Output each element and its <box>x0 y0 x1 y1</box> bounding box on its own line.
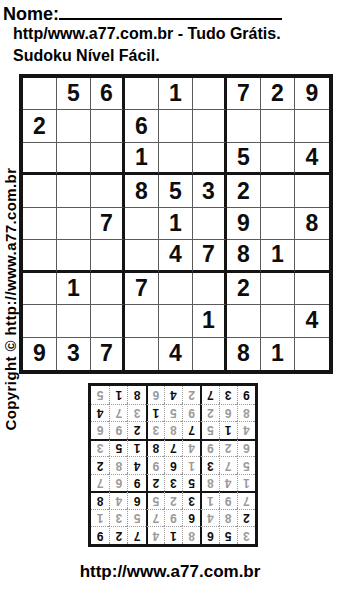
sudoku-given-cell: 1 <box>261 338 295 370</box>
sudoku-empty-cell[interactable] <box>261 143 295 175</box>
sudoku-given-cell: 9 <box>295 78 329 110</box>
sudoku-given-cell: 5 <box>227 143 261 175</box>
sudoku-empty-cell[interactable] <box>227 305 261 337</box>
solution-cell: 2 <box>127 421 145 439</box>
sudoku-given-cell: 1 <box>57 273 91 305</box>
sudoku-empty-cell[interactable] <box>159 143 193 175</box>
sudoku-empty-cell[interactable] <box>295 338 329 370</box>
sudoku-given-cell: 9 <box>227 208 261 240</box>
sudoku-given-cell: 8 <box>227 338 261 370</box>
solution-cell: 2 <box>146 474 164 492</box>
solution-cell: 6 <box>164 456 182 474</box>
name-row: Nome: <box>3 2 282 25</box>
sudoku-empty-cell[interactable] <box>23 143 57 175</box>
solution-cell: 2 <box>182 386 200 404</box>
solution-cell: 6 <box>219 404 237 422</box>
solution-cell: 8 <box>200 474 218 492</box>
solution-cell: 6 <box>200 526 218 544</box>
sudoku-empty-cell[interactable] <box>125 305 159 337</box>
solution-cell: 9 <box>200 439 218 457</box>
solution-cell: 6 <box>182 509 200 527</box>
solution-cell: 5 <box>164 404 182 422</box>
solution-cell: 1 <box>127 439 145 457</box>
solution-grid: 3568147292846975317913256481485329675731… <box>88 383 258 547</box>
sudoku-empty-cell[interactable] <box>57 240 91 272</box>
solution-cell: 5 <box>200 421 218 439</box>
sudoku-empty-cell[interactable] <box>23 273 57 305</box>
solution-cell: 9 <box>146 456 164 474</box>
name-blank-line[interactable] <box>59 2 282 20</box>
solution-cell: 8 <box>237 404 255 422</box>
solution-cell: 2 <box>164 491 182 509</box>
solution-cell: 1 <box>219 421 237 439</box>
sudoku-empty-cell[interactable] <box>193 143 227 175</box>
sudoku-empty-cell[interactable] <box>193 338 227 370</box>
sudoku-empty-cell[interactable] <box>125 338 159 370</box>
sudoku-given-cell: 6 <box>91 78 125 110</box>
sudoku-empty-cell[interactable] <box>57 208 91 240</box>
solution-cell: 8 <box>146 439 164 457</box>
solution-cell: 7 <box>127 526 145 544</box>
sudoku-empty-cell[interactable] <box>91 273 125 305</box>
sudoku-given-cell: 7 <box>125 273 159 305</box>
solution-cell: 9 <box>109 421 127 439</box>
sudoku-given-cell: 1 <box>159 208 193 240</box>
sudoku-empty-cell[interactable] <box>193 110 227 142</box>
sudoku-empty-cell[interactable] <box>261 175 295 207</box>
footer-url: http://www.a77.com.br <box>0 562 340 582</box>
sudoku-given-cell: 2 <box>227 175 261 207</box>
solution-cell: 4 <box>182 439 200 457</box>
solution-cell: 3 <box>146 421 164 439</box>
solution-cell: 5 <box>127 509 145 527</box>
solution-cell: 5 <box>237 456 255 474</box>
sudoku-empty-cell[interactable] <box>125 78 159 110</box>
solution-cell: 5 <box>146 491 164 509</box>
sudoku-given-cell: 8 <box>295 208 329 240</box>
sudoku-given-cell: 7 <box>91 208 125 240</box>
sudoku-given-cell: 1 <box>261 240 295 272</box>
sudoku-empty-cell[interactable] <box>57 143 91 175</box>
solution-cell: 9 <box>164 509 182 527</box>
sudoku-given-cell: 6 <box>125 110 159 142</box>
solution-cell: 9 <box>127 474 145 492</box>
sudoku-empty-cell[interactable] <box>193 273 227 305</box>
sudoku-given-cell: 4 <box>295 305 329 337</box>
sudoku-given-cell: 9 <box>23 338 57 370</box>
sudoku-given-cell: 8 <box>125 175 159 207</box>
solution-cell: 3 <box>127 404 145 422</box>
solution-cell: 1 <box>164 526 182 544</box>
solution-cell: 7 <box>237 491 255 509</box>
sudoku-given-cell: 5 <box>57 78 91 110</box>
site-header: http/www.a77.com.br - Tudo Grátis. <box>13 25 281 43</box>
sudoku-empty-cell[interactable] <box>193 208 227 240</box>
sudoku-empty-cell[interactable] <box>91 110 125 142</box>
sudoku-empty-cell[interactable] <box>91 240 125 272</box>
solution-cell: 6 <box>146 386 164 404</box>
solution-cell: 1 <box>91 509 109 527</box>
solution-cell: 6 <box>237 439 255 457</box>
sudoku-empty-cell[interactable] <box>57 175 91 207</box>
sudoku-empty-cell[interactable] <box>295 240 329 272</box>
sudoku-empty-cell[interactable] <box>227 110 261 142</box>
sudoku-given-cell: 3 <box>193 175 227 207</box>
solution-cell: 2 <box>200 404 218 422</box>
solution-cell: 1 <box>182 456 200 474</box>
solution-cell: 4 <box>200 509 218 527</box>
solution-cell: 8 <box>164 421 182 439</box>
solution-cell: 6 <box>127 491 145 509</box>
solution-cell: 8 <box>127 386 145 404</box>
sudoku-given-cell: 2 <box>261 78 295 110</box>
sudoku-empty-cell[interactable] <box>23 175 57 207</box>
solution-cell: 4 <box>109 491 127 509</box>
solution-cell: 5 <box>182 474 200 492</box>
solution-cell: 4 <box>219 474 237 492</box>
solution-cell: 3 <box>109 509 127 527</box>
sudoku-empty-cell[interactable] <box>261 305 295 337</box>
sudoku-empty-cell[interactable] <box>261 208 295 240</box>
solution-cell: 1 <box>200 491 218 509</box>
solution-cell: 9 <box>91 526 109 544</box>
sudoku-empty-cell[interactable] <box>159 110 193 142</box>
sudoku-empty-cell[interactable] <box>125 240 159 272</box>
sudoku-empty-cell[interactable] <box>23 78 57 110</box>
solution-cell: 4 <box>127 456 145 474</box>
sudoku-empty-cell[interactable] <box>91 143 125 175</box>
solution-cell: 7 <box>109 404 127 422</box>
solution-cell: 6 <box>109 474 127 492</box>
solution-cell: 2 <box>219 439 237 457</box>
solution-cell: 6 <box>91 421 109 439</box>
sudoku-empty-cell[interactable] <box>193 78 227 110</box>
solution-cell: 2 <box>237 509 255 527</box>
sudoku-empty-cell[interactable] <box>91 305 125 337</box>
sudoku-given-cell: 3 <box>57 338 91 370</box>
sudoku-empty-cell[interactable] <box>159 273 193 305</box>
solution-cell: 3 <box>164 474 182 492</box>
solution-cell: 7 <box>219 456 237 474</box>
sudoku-given-cell: 7 <box>227 78 261 110</box>
solution-cell: 8 <box>109 456 127 474</box>
solution-cell: 3 <box>200 456 218 474</box>
copyright-vertical-text: Copyright © http://www.a77.com.br <box>2 85 19 431</box>
sudoku-given-cell: 4 <box>159 338 193 370</box>
sudoku-empty-cell[interactable] <box>295 110 329 142</box>
solution-cell: 7 <box>91 474 109 492</box>
solution-cell: 7 <box>164 439 182 457</box>
puzzle-level-title: Sudoku Nível Fácil. <box>13 47 160 65</box>
sudoku-empty-cell[interactable] <box>159 305 193 337</box>
solution-cell: 1 <box>237 474 255 492</box>
solution-cell: 8 <box>219 509 237 527</box>
solution-cell: 9 <box>219 491 237 509</box>
solution-cell: 4 <box>237 421 255 439</box>
solution-cell: 3 <box>91 439 109 457</box>
sudoku-empty-cell[interactable] <box>261 110 295 142</box>
solution-cell: 3 <box>237 526 255 544</box>
solution-cell: 9 <box>237 386 255 404</box>
sudoku-empty-cell[interactable] <box>57 110 91 142</box>
sudoku-given-cell: 8 <box>227 240 261 272</box>
solution-cell: 8 <box>182 526 200 544</box>
solution-cell: 5 <box>91 386 109 404</box>
sudoku-empty-cell[interactable] <box>23 240 57 272</box>
solution-cell: 5 <box>219 526 237 544</box>
solution-cell: 5 <box>109 439 127 457</box>
solution-cell: 2 <box>109 526 127 544</box>
sudoku-empty-cell[interactable] <box>295 273 329 305</box>
sudoku-given-cell: 1 <box>193 305 227 337</box>
sudoku-empty-cell[interactable] <box>295 175 329 207</box>
name-label: Nome: <box>3 4 59 24</box>
sudoku-given-cell: 4 <box>159 240 193 272</box>
sudoku-given-cell: 5 <box>159 175 193 207</box>
solution-cell: 7 <box>146 509 164 527</box>
sudoku-given-cell: 7 <box>193 240 227 272</box>
sudoku-empty-cell[interactable] <box>23 305 57 337</box>
sudoku-empty-cell[interactable] <box>125 208 159 240</box>
solution-cell: 3 <box>219 386 237 404</box>
sudoku-given-cell: 1 <box>159 78 193 110</box>
worksheet-page: Nome: http/www.a77.com.br - Tudo Grátis.… <box>0 0 340 596</box>
sudoku-given-cell: 2 <box>23 110 57 142</box>
sudoku-given-cell: 7 <box>91 338 125 370</box>
sudoku-given-cell: 4 <box>295 143 329 175</box>
solution-cell: 1 <box>109 386 127 404</box>
solution-cell: 4 <box>91 404 109 422</box>
solution-cell: 2 <box>91 456 109 474</box>
sudoku-given-cell: 2 <box>227 273 261 305</box>
solution-cell: 3 <box>182 491 200 509</box>
solution-cell: 7 <box>182 421 200 439</box>
solution-cell: 4 <box>164 386 182 404</box>
solution-cell: 9 <box>182 404 200 422</box>
sudoku-given-cell: 1 <box>125 143 159 175</box>
solution-cell: 8 <box>91 491 109 509</box>
sudoku-empty-cell[interactable] <box>57 305 91 337</box>
sudoku-empty-cell[interactable] <box>91 175 125 207</box>
solution-cell: 4 <box>146 526 164 544</box>
puzzle-grid: 5617292615485327198478117214937481 <box>19 74 333 374</box>
sudoku-empty-cell[interactable] <box>261 273 295 305</box>
solution-cell: 1 <box>146 404 164 422</box>
solution-cell: 7 <box>200 386 218 404</box>
sudoku-empty-cell[interactable] <box>23 208 57 240</box>
